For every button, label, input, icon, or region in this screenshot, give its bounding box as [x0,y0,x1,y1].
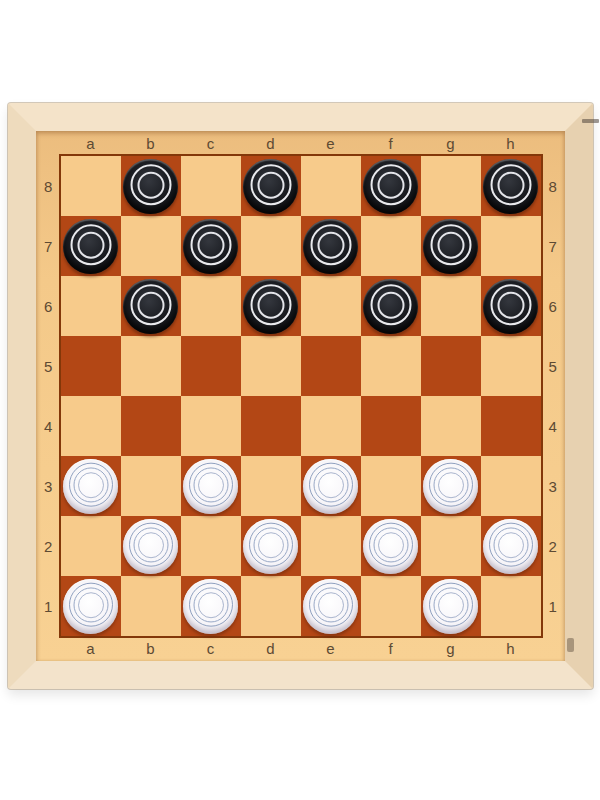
file-label-g: g [421,131,481,156]
file-label-b: b [121,636,181,661]
square-f4[interactable] [361,396,421,456]
square-a6[interactable] [61,276,121,336]
square-b6[interactable] [121,276,181,336]
board-surface: abcdefgh 87654321 87654321 abcdefgh [36,131,565,661]
square-e3[interactable] [301,456,361,516]
white-checker-c1[interactable] [183,579,238,634]
square-d4[interactable] [241,396,301,456]
square-d1[interactable] [241,576,301,636]
white-checker-e1[interactable] [303,579,358,634]
white-checker-g1[interactable] [423,579,478,634]
rank-label-3: 3 [541,456,566,516]
rank-labels-left: 87654321 [36,156,61,636]
black-checker-a7[interactable] [63,219,118,274]
file-label-c: c [181,131,241,156]
square-f3[interactable] [361,456,421,516]
square-e7[interactable] [301,216,361,276]
square-h8[interactable] [481,156,541,216]
square-g3[interactable] [421,456,481,516]
square-a4[interactable] [61,396,121,456]
square-g8[interactable] [421,156,481,216]
rank-label-2: 2 [36,516,61,576]
square-h1[interactable] [481,576,541,636]
white-checker-g3[interactable] [423,459,478,514]
file-label-f: f [361,636,421,661]
square-a8[interactable] [61,156,121,216]
file-label-b: b [121,131,181,156]
square-c2[interactable] [181,516,241,576]
square-b3[interactable] [121,456,181,516]
file-label-e: e [301,636,361,661]
square-h3[interactable] [481,456,541,516]
square-b8[interactable] [121,156,181,216]
file-labels-bottom: abcdefgh [61,636,541,661]
square-a1[interactable] [61,576,121,636]
white-checker-e3[interactable] [303,459,358,514]
square-c3[interactable] [181,456,241,516]
file-label-a: a [61,131,121,156]
square-d2[interactable] [241,516,301,576]
square-a7[interactable] [61,216,121,276]
square-b7[interactable] [121,216,181,276]
square-h5[interactable] [481,336,541,396]
rank-label-4: 4 [36,396,61,456]
file-label-d: d [241,131,301,156]
white-checker-a1[interactable] [63,579,118,634]
square-c6[interactable] [181,276,241,336]
square-c1[interactable] [181,576,241,636]
white-checker-a3[interactable] [63,459,118,514]
file-label-g: g [421,636,481,661]
rank-labels-right: 87654321 [541,156,566,636]
black-checker-h8[interactable] [483,159,538,214]
board-frame: abcdefgh 87654321 87654321 abcdefgh [8,103,593,689]
square-d8[interactable] [241,156,301,216]
page: abcdefgh 87654321 87654321 abcdefgh [0,0,600,800]
square-h6[interactable] [481,276,541,336]
rank-label-8: 8 [36,156,61,216]
black-checker-g7[interactable] [423,219,478,274]
square-c4[interactable] [181,396,241,456]
black-checker-e7[interactable] [303,219,358,274]
file-label-a: a [61,636,121,661]
square-f6[interactable] [361,276,421,336]
black-checker-f8[interactable] [363,159,418,214]
square-g6[interactable] [421,276,481,336]
file-labels-top: abcdefgh [61,131,541,156]
square-g5[interactable] [421,336,481,396]
square-f2[interactable] [361,516,421,576]
white-checker-b2[interactable] [123,519,178,574]
white-checker-c3[interactable] [183,459,238,514]
square-e4[interactable] [301,396,361,456]
square-b1[interactable] [121,576,181,636]
square-g7[interactable] [421,216,481,276]
frame-joint-shadow-top-right [582,119,599,123]
square-g2[interactable] [421,516,481,576]
white-checker-f2[interactable] [363,519,418,574]
square-h7[interactable] [481,216,541,276]
rank-label-1: 1 [541,576,566,636]
square-e2[interactable] [301,516,361,576]
white-checker-d2[interactable] [243,519,298,574]
square-g1[interactable] [421,576,481,636]
square-e1[interactable] [301,576,361,636]
square-e6[interactable] [301,276,361,336]
black-checker-b8[interactable] [123,159,178,214]
frame-joint-shadow-bottom-right [567,638,574,652]
black-checker-d6[interactable] [243,279,298,334]
square-d3[interactable] [241,456,301,516]
rank-label-7: 7 [541,216,566,276]
rank-label-7: 7 [36,216,61,276]
square-h4[interactable] [481,396,541,456]
black-checker-f6[interactable] [363,279,418,334]
square-e8[interactable] [301,156,361,216]
rank-label-1: 1 [36,576,61,636]
square-f7[interactable] [361,216,421,276]
square-f5[interactable] [361,336,421,396]
square-a3[interactable] [61,456,121,516]
black-checker-c7[interactable] [183,219,238,274]
square-f1[interactable] [361,576,421,636]
square-a5[interactable] [61,336,121,396]
square-a2[interactable] [61,516,121,576]
black-checker-d8[interactable] [243,159,298,214]
black-checker-b6[interactable] [123,279,178,334]
square-c5[interactable] [181,336,241,396]
square-b4[interactable] [121,396,181,456]
square-b5[interactable] [121,336,181,396]
file-label-h: h [481,636,541,661]
square-b2[interactable] [121,516,181,576]
rank-label-6: 6 [541,276,566,336]
black-checker-h6[interactable] [483,279,538,334]
file-label-d: d [241,636,301,661]
rank-label-6: 6 [36,276,61,336]
square-e5[interactable] [301,336,361,396]
file-label-c: c [181,636,241,661]
file-label-e: e [301,131,361,156]
rank-label-8: 8 [541,156,566,216]
rank-label-4: 4 [541,396,566,456]
square-d7[interactable] [241,216,301,276]
square-g4[interactable] [421,396,481,456]
square-c8[interactable] [181,156,241,216]
rank-label-5: 5 [36,336,61,396]
square-d6[interactable] [241,276,301,336]
rank-label-3: 3 [36,456,61,516]
square-d5[interactable] [241,336,301,396]
square-c7[interactable] [181,216,241,276]
checkers-board-grid [61,156,541,636]
square-h2[interactable] [481,516,541,576]
rank-label-2: 2 [541,516,566,576]
white-checker-h2[interactable] [483,519,538,574]
square-f8[interactable] [361,156,421,216]
rank-label-5: 5 [541,336,566,396]
file-label-h: h [481,131,541,156]
file-label-f: f [361,131,421,156]
